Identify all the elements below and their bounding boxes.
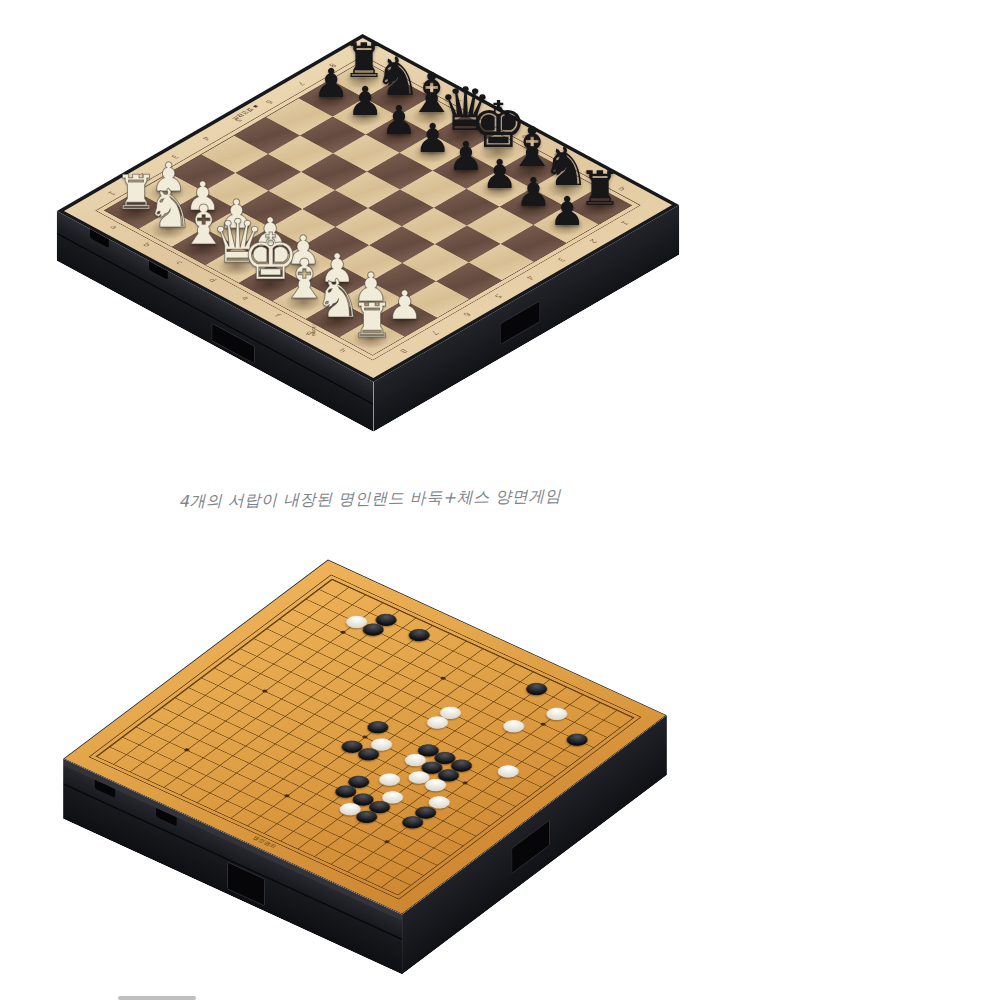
coordinate-label: a bbox=[108, 224, 119, 230]
product-photo-stage: abcdefgh abcdefgh 87654321 12345678 명인랜드… bbox=[0, 0, 1000, 1000]
chess-piece-glyph: ♟ bbox=[482, 154, 518, 194]
go-stone-white bbox=[493, 762, 522, 779]
go-stone-black bbox=[434, 767, 463, 784]
go-stone-white bbox=[421, 777, 450, 794]
go-stone-black bbox=[430, 749, 459, 766]
chess-piece-glyph: ♟ bbox=[347, 82, 383, 122]
coordinate-label: 7 bbox=[430, 330, 441, 336]
chess-piece-glyph: ♟ bbox=[414, 118, 450, 158]
coordinate-label: 8 bbox=[398, 348, 409, 354]
go-stone-white bbox=[374, 771, 403, 788]
coordinate-label: 5 bbox=[493, 293, 504, 299]
go-stone-black bbox=[398, 814, 427, 831]
go-board-assembly: 명인랜드 bbox=[63, 560, 667, 915]
go-stone-black bbox=[348, 791, 377, 808]
chess-piece-glyph: ♟ bbox=[314, 63, 350, 103]
chess-piece-glyph: ♟ bbox=[515, 172, 551, 212]
coordinate-label: 7 bbox=[295, 80, 306, 86]
chess-board-surface: abcdefgh abcdefgh 87654321 12345678 명인랜드… bbox=[57, 34, 679, 382]
go-stone-black bbox=[447, 757, 476, 774]
go-star-point bbox=[183, 748, 190, 752]
coordinate-label: h bbox=[337, 347, 348, 353]
go-stone-white bbox=[367, 736, 396, 753]
coordinate-label: 2 bbox=[588, 238, 599, 244]
go-stone-black bbox=[354, 746, 383, 763]
coordinate-label: d bbox=[207, 277, 218, 283]
go-stone-black bbox=[411, 804, 440, 821]
chess-piece-glyph: ♟ bbox=[549, 191, 585, 231]
coordinate-label: c bbox=[174, 260, 185, 266]
chess-piece-glyph: ♟ bbox=[381, 100, 417, 140]
go-stone-black bbox=[345, 773, 374, 790]
coordinate-label: 4 bbox=[200, 135, 211, 141]
go-star-point bbox=[361, 735, 368, 739]
go-stone-black bbox=[331, 783, 360, 800]
coordinate-label: f bbox=[273, 313, 282, 318]
go-stone-black bbox=[413, 742, 442, 759]
go-board-wood: 명인랜드 bbox=[63, 560, 667, 915]
chess-case-rim: abcdefgh abcdefgh 87654321 12345678 명인랜드… bbox=[57, 34, 679, 382]
go-star-point bbox=[462, 781, 469, 785]
coordinate-label: 6 bbox=[264, 99, 275, 105]
go-star-point bbox=[383, 840, 390, 844]
coordinate-label: 6 bbox=[461, 311, 472, 317]
chess-piece-glyph: ♟ bbox=[448, 136, 484, 176]
drawer-handle-recess bbox=[512, 819, 550, 874]
go-board-surface: 명인랜드 bbox=[63, 560, 667, 915]
go-stone-black bbox=[352, 808, 381, 825]
coordinate-label: 3 bbox=[556, 256, 567, 262]
cropped-photo-edge bbox=[118, 996, 196, 1000]
chess-brand-logo: 명인랜드 bbox=[230, 103, 261, 121]
go-stone-black bbox=[365, 798, 394, 815]
go-stone-black bbox=[337, 738, 366, 755]
coordinate-label: 4 bbox=[524, 275, 535, 281]
coordinate-label: 1 bbox=[619, 220, 630, 226]
go-stone-black bbox=[417, 759, 446, 776]
coordinate-label: b bbox=[141, 242, 152, 248]
chess-piece-glyph: ♜ bbox=[351, 295, 394, 343]
chess-board-assembly: abcdefgh abcdefgh 87654321 12345678 명인랜드… bbox=[57, 34, 679, 382]
go-stone-white bbox=[404, 769, 433, 786]
coordinate-label: e bbox=[240, 295, 251, 301]
go-stone-white bbox=[424, 794, 453, 811]
drawer-handle-recess bbox=[500, 300, 540, 345]
go-stone-white bbox=[378, 789, 407, 806]
go-stone-black bbox=[562, 731, 591, 748]
go-star-point bbox=[283, 794, 290, 798]
go-stone-white bbox=[335, 801, 364, 818]
go-stone-white bbox=[400, 751, 429, 768]
product-caption: 4개의 서랍이 내장된 명인랜드 바둑+체스 양면게임 bbox=[170, 486, 570, 513]
chess-board-border: abcdefgh abcdefgh 87654321 12345678 명인랜드… bbox=[64, 38, 672, 378]
